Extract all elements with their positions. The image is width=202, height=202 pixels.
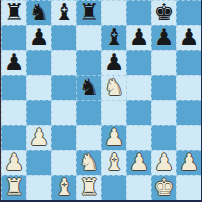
square-f3[interactable] (126, 125, 151, 150)
black-bishop-icon: ♝ (54, 0, 75, 25)
square-a1[interactable]: ♜ (1, 175, 26, 200)
square-a2[interactable]: ♟ (1, 150, 26, 175)
square-g1[interactable]: ♚ (151, 175, 176, 200)
white-bishop-icon: ♝ (54, 175, 75, 200)
square-g8[interactable]: ♚ (151, 0, 176, 25)
square-d1[interactable]: ♜ (76, 175, 101, 200)
black-rook-icon: ♜ (4, 0, 25, 25)
square-b1[interactable] (26, 175, 51, 200)
white-knight-icon: ♞ (79, 150, 100, 175)
square-h6[interactable] (176, 50, 201, 75)
black-pawn-icon: ♟ (4, 50, 25, 75)
black-pawn-icon: ♟ (29, 25, 50, 50)
square-d6[interactable] (76, 50, 101, 75)
square-e2[interactable]: ♝ (101, 150, 126, 175)
square-d2[interactable]: ♞ (76, 150, 101, 175)
square-a6[interactable]: ♟ (1, 50, 26, 75)
square-a5[interactable] (1, 75, 26, 100)
square-c2[interactable] (51, 150, 76, 175)
square-b2[interactable] (26, 150, 51, 175)
square-b5[interactable] (26, 75, 51, 100)
square-c1[interactable]: ♝ (51, 175, 76, 200)
white-knight-icon: ♞ (104, 75, 125, 100)
white-pawn-icon: ♟ (179, 150, 200, 175)
square-c8[interactable]: ♝ (51, 0, 76, 25)
chess-board-frame: ♜♞♝♜♚♟♝♟♟♟♟♟♞♞♟♟♟♞♝♟♟♟♜♝♜♚ (0, 0, 202, 202)
black-pawn-icon: ♟ (104, 50, 125, 75)
square-g5[interactable] (151, 75, 176, 100)
square-d4[interactable] (76, 100, 101, 125)
square-e8[interactable] (101, 0, 126, 25)
square-f2[interactable]: ♟ (126, 150, 151, 175)
square-b3[interactable]: ♟ (26, 125, 51, 150)
square-h1[interactable] (176, 175, 201, 200)
square-g3[interactable] (151, 125, 176, 150)
white-pawn-icon: ♟ (104, 125, 125, 150)
square-b4[interactable] (26, 100, 51, 125)
square-a7[interactable] (1, 25, 26, 50)
black-pawn-icon: ♟ (179, 25, 200, 50)
square-f1[interactable] (126, 175, 151, 200)
white-pawn-icon: ♟ (129, 150, 150, 175)
square-d8[interactable]: ♜ (76, 0, 101, 25)
black-rook-icon: ♜ (79, 0, 100, 25)
black-bishop-icon: ♝ (104, 25, 125, 50)
black-pawn-icon: ♟ (154, 25, 175, 50)
square-d5[interactable]: ♞ (76, 75, 101, 100)
square-c7[interactable] (51, 25, 76, 50)
square-f7[interactable]: ♟ (126, 25, 151, 50)
square-h3[interactable] (176, 125, 201, 150)
square-a4[interactable] (1, 100, 26, 125)
square-g6[interactable] (151, 50, 176, 75)
white-rook-icon: ♜ (79, 175, 100, 200)
square-h8[interactable] (176, 0, 201, 25)
square-e7[interactable]: ♝ (101, 25, 126, 50)
square-d3[interactable] (76, 125, 101, 150)
white-bishop-icon: ♝ (104, 150, 125, 175)
square-e1[interactable] (101, 175, 126, 200)
square-a3[interactable] (1, 125, 26, 150)
white-pawn-icon: ♟ (4, 150, 25, 175)
square-h2[interactable]: ♟ (176, 150, 201, 175)
square-c3[interactable] (51, 125, 76, 150)
square-f5[interactable] (126, 75, 151, 100)
square-h4[interactable] (176, 100, 201, 125)
black-king-icon: ♚ (154, 0, 175, 25)
square-g4[interactable] (151, 100, 176, 125)
square-f8[interactable] (126, 0, 151, 25)
square-e5[interactable]: ♞ (101, 75, 126, 100)
square-f6[interactable] (126, 50, 151, 75)
square-h5[interactable] (176, 75, 201, 100)
square-b8[interactable]: ♞ (26, 0, 51, 25)
square-c4[interactable] (51, 100, 76, 125)
chess-board: ♜♞♝♜♚♟♝♟♟♟♟♟♞♞♟♟♟♞♝♟♟♟♜♝♜♚ (1, 0, 201, 200)
square-a8[interactable]: ♜ (1, 0, 26, 25)
square-e3[interactable]: ♟ (101, 125, 126, 150)
square-h7[interactable]: ♟ (176, 25, 201, 50)
square-e6[interactable]: ♟ (101, 50, 126, 75)
white-king-icon: ♚ (154, 175, 175, 200)
square-g7[interactable]: ♟ (151, 25, 176, 50)
square-g2[interactable]: ♟ (151, 150, 176, 175)
square-f4[interactable] (126, 100, 151, 125)
white-pawn-icon: ♟ (29, 125, 50, 150)
square-e4[interactable] (101, 100, 126, 125)
square-d7[interactable] (76, 25, 101, 50)
square-c5[interactable] (51, 75, 76, 100)
white-pawn-icon: ♟ (154, 150, 175, 175)
black-pawn-icon: ♟ (129, 25, 150, 50)
black-knight-icon: ♞ (29, 0, 50, 25)
square-c6[interactable] (51, 50, 76, 75)
square-b7[interactable]: ♟ (26, 25, 51, 50)
square-b6[interactable] (26, 50, 51, 75)
black-knight-icon: ♞ (79, 75, 100, 100)
white-rook-icon: ♜ (4, 175, 25, 200)
